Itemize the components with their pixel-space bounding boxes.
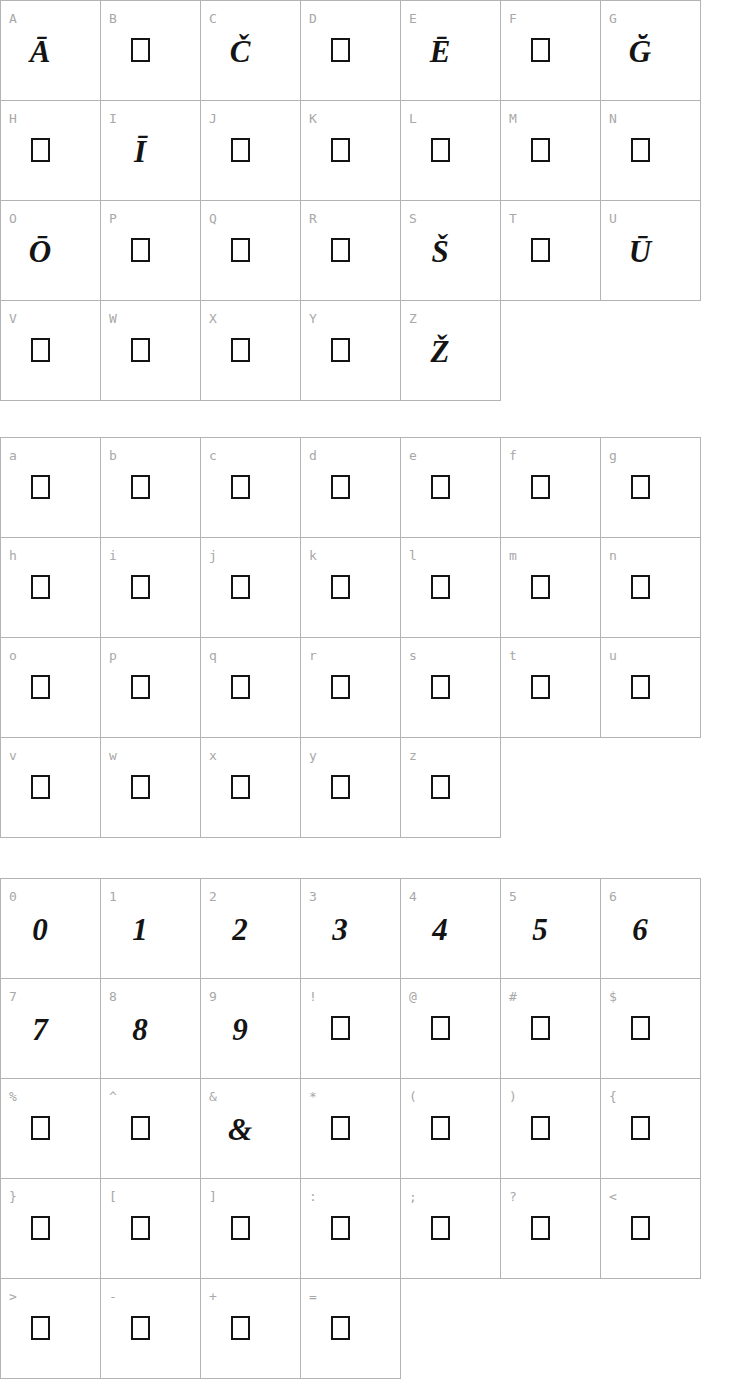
glyph-slot <box>1 638 79 704</box>
glyph-slot <box>401 738 479 804</box>
missing-glyph-box <box>231 475 250 499</box>
glyph-slot <box>101 301 179 367</box>
char-cell-G: GĞ <box>600 0 701 101</box>
char-cell-o: o <box>0 637 101 738</box>
char-row: 778899!@#$ <box>0 978 700 1079</box>
char-cell-U: UŪ <box>600 200 701 301</box>
character-map: AĀBCČDEĒFGĞHIĪJKLMNOŌPQRSŠTUŪVWXYZŽ abcd… <box>0 0 700 1379</box>
missing-glyph-box <box>331 1016 350 1040</box>
char-cell-P: P <box>100 200 201 301</box>
char-cell-v: v <box>0 737 101 838</box>
glyph-slot <box>201 1279 279 1345</box>
char-cell-g: g <box>600 437 701 538</box>
glyph-slot <box>601 538 679 604</box>
char-cell-c: c <box>200 437 301 538</box>
char-cell--: - <box>100 1278 201 1379</box>
char-cell-f: f <box>500 437 601 538</box>
glyph: 8 <box>101 979 179 1045</box>
missing-glyph-box <box>331 1216 350 1240</box>
missing-glyph-box <box>131 575 150 599</box>
char-cell-K: K <box>300 100 401 201</box>
char-cell-E: EĒ <box>400 0 501 101</box>
missing-glyph-box <box>131 1316 150 1340</box>
char-cell-T: T <box>500 200 601 301</box>
glyph: 2 <box>201 879 279 945</box>
char-cell-i: i <box>100 537 201 638</box>
glyph: 9 <box>201 979 279 1045</box>
char-cell-<: < <box>600 1178 701 1279</box>
missing-glyph-box <box>231 575 250 599</box>
glyph-slot <box>501 1179 579 1245</box>
glyph: Č <box>201 1 279 67</box>
char-cell-#: # <box>500 978 601 1079</box>
missing-glyph-box <box>631 138 650 162</box>
char-cell-B: B <box>100 0 201 101</box>
char-cell-+: + <box>200 1278 301 1379</box>
char-cell-m: m <box>500 537 601 638</box>
char-row: }[]:;?< <box>0 1178 700 1279</box>
glyph-slot <box>1 1179 79 1245</box>
glyph-slot <box>101 201 179 267</box>
glyph-slot <box>501 101 579 167</box>
glyph: Ž <box>401 301 479 367</box>
missing-glyph-box <box>531 575 550 599</box>
glyph: 3 <box>301 879 379 945</box>
glyph-slot <box>201 538 279 604</box>
glyph-slot <box>301 201 379 267</box>
glyph-slot <box>101 538 179 604</box>
missing-glyph-box <box>31 475 50 499</box>
missing-glyph-box <box>131 238 150 262</box>
char-cell-a: a <box>0 437 101 538</box>
missing-glyph-box <box>31 775 50 799</box>
missing-glyph-box <box>431 775 450 799</box>
glyph-slot <box>301 538 379 604</box>
glyph-slot <box>201 201 279 267</box>
symbols-character-grid: 00112233445566778899!@#$%^&&*(){}[]:;?<>… <box>0 878 700 1379</box>
glyph-slot <box>501 438 579 504</box>
char-cell-k: k <box>300 537 401 638</box>
char-cell-b: b <box>100 437 201 538</box>
char-cell-q: q <box>200 637 301 738</box>
glyph-slot <box>301 438 379 504</box>
missing-glyph-box <box>31 575 50 599</box>
char-cell-x: x <box>200 737 301 838</box>
glyph-slot <box>201 101 279 167</box>
missing-glyph-box <box>331 1316 350 1340</box>
char-cell-n: n <box>600 537 701 638</box>
glyph-slot <box>1 738 79 804</box>
glyph: 4 <box>401 879 479 945</box>
missing-glyph-box <box>131 38 150 62</box>
glyph: 1 <box>101 879 179 945</box>
glyph: 5 <box>501 879 579 945</box>
glyph-slot <box>1 438 79 504</box>
missing-glyph-box <box>331 575 350 599</box>
missing-glyph-box <box>531 1216 550 1240</box>
missing-glyph-box <box>431 1216 450 1240</box>
glyph-slot <box>301 1 379 67</box>
char-cell-2: 22 <box>200 878 301 979</box>
char-cell-r: r <box>300 637 401 738</box>
missing-glyph-box <box>331 775 350 799</box>
missing-glyph-box <box>231 338 250 362</box>
char-row: hijklmn <box>0 537 700 638</box>
char-cell-4: 44 <box>400 878 501 979</box>
missing-glyph-box <box>131 338 150 362</box>
char-cell-A: AĀ <box>0 0 101 101</box>
char-cell-%: % <box>0 1078 101 1179</box>
char-cell-:: : <box>300 1178 401 1279</box>
char-cell-X: X <box>200 300 301 401</box>
char-row: OŌPQRSŠTUŪ <box>0 200 700 301</box>
missing-glyph-box <box>431 575 450 599</box>
missing-glyph-box <box>431 1116 450 1140</box>
missing-glyph-box <box>631 675 650 699</box>
missing-glyph-box <box>31 1316 50 1340</box>
char-cell-I: IĪ <box>100 100 201 201</box>
glyph-slot <box>501 538 579 604</box>
glyph-slot <box>1 301 79 367</box>
missing-glyph-box <box>131 1116 150 1140</box>
char-cell-7: 77 <box>0 978 101 1079</box>
missing-glyph-box <box>31 1216 50 1240</box>
glyph-slot <box>501 638 579 704</box>
glyph-slot <box>601 1079 679 1145</box>
char-cell-): ) <box>500 1078 601 1179</box>
glyph: 0 <box>1 879 79 945</box>
missing-glyph-box <box>531 38 550 62</box>
glyph: 7 <box>1 979 79 1045</box>
missing-glyph-box <box>531 238 550 262</box>
glyph-slot <box>101 1179 179 1245</box>
char-cell-C: CČ <box>200 0 301 101</box>
char-cell-9: 99 <box>200 978 301 1079</box>
lowercase-character-grid: abcdefghijklmnopqrstuvwxyz <box>0 437 700 838</box>
char-cell-Z: ZŽ <box>400 300 501 401</box>
char-cell-8: 88 <box>100 978 201 1079</box>
char-cell-&: && <box>200 1078 301 1179</box>
char-row: 00112233445566 <box>0 878 700 979</box>
glyph-slot <box>1 1279 79 1345</box>
char-cell-H: H <box>0 100 101 201</box>
glyph-slot <box>201 301 279 367</box>
missing-glyph-box <box>631 475 650 499</box>
glyph: Ē <box>401 1 479 67</box>
glyph-slot <box>401 438 479 504</box>
glyph-slot <box>601 1179 679 1245</box>
char-cell-@: @ <box>400 978 501 1079</box>
missing-glyph-box <box>331 338 350 362</box>
char-cell-W: W <box>100 300 201 401</box>
char-cell-=: = <box>300 1278 401 1379</box>
glyph-slot <box>301 101 379 167</box>
char-cell-h: h <box>0 537 101 638</box>
char-cell-0: 00 <box>0 878 101 979</box>
missing-glyph-box <box>431 138 450 162</box>
missing-glyph-box <box>631 1116 650 1140</box>
missing-glyph-box <box>231 1316 250 1340</box>
char-cell-]: ] <box>200 1178 301 1279</box>
char-cell-z: z <box>400 737 501 838</box>
char-cell-D: D <box>300 0 401 101</box>
char-cell-s: s <box>400 637 501 738</box>
missing-glyph-box <box>31 338 50 362</box>
char-cell-l: l <box>400 537 501 638</box>
char-cell-?: ? <box>500 1178 601 1279</box>
glyph-slot <box>601 979 679 1045</box>
char-cell-$: $ <box>600 978 701 1079</box>
glyph-slot <box>601 101 679 167</box>
missing-glyph-box <box>331 475 350 499</box>
char-cell-t: t <box>500 637 601 738</box>
char-row: AĀBCČDEĒFGĞ <box>0 0 700 101</box>
glyph-slot <box>301 638 379 704</box>
missing-glyph-box <box>431 675 450 699</box>
missing-glyph-box <box>331 138 350 162</box>
glyph-slot <box>301 738 379 804</box>
missing-glyph-box <box>131 475 150 499</box>
glyph-slot <box>501 1 579 67</box>
char-cell-Q: Q <box>200 200 301 301</box>
glyph-slot <box>101 738 179 804</box>
missing-glyph-box <box>231 138 250 162</box>
glyph: Š <box>401 201 479 267</box>
glyph-slot <box>301 1279 379 1345</box>
glyph-slot <box>1 1079 79 1145</box>
uppercase-character-grid: AĀBCČDEĒFGĞHIĪJKLMNOŌPQRSŠTUŪVWXYZŽ <box>0 0 700 401</box>
missing-glyph-box <box>431 475 450 499</box>
glyph-slot <box>601 638 679 704</box>
char-cell-}: } <box>0 1178 101 1279</box>
missing-glyph-box <box>631 1216 650 1240</box>
char-cell-O: OŌ <box>0 200 101 301</box>
char-cell-d: d <box>300 437 401 538</box>
missing-glyph-box <box>231 1216 250 1240</box>
char-row: >-+= <box>0 1278 700 1379</box>
glyph: 6 <box>601 879 679 945</box>
char-cell-j: j <box>200 537 301 638</box>
missing-glyph-box <box>331 675 350 699</box>
glyph-slot <box>401 1179 479 1245</box>
char-cell-u: u <box>600 637 701 738</box>
char-cell-y: y <box>300 737 401 838</box>
char-cell-*: * <box>300 1078 401 1179</box>
missing-glyph-box <box>131 1216 150 1240</box>
char-cell-5: 55 <box>500 878 601 979</box>
missing-glyph-box <box>131 675 150 699</box>
glyph: Ō <box>1 201 79 267</box>
char-cell-e: e <box>400 437 501 538</box>
glyph-slot <box>301 1079 379 1145</box>
char-cell-S: SŠ <box>400 200 501 301</box>
missing-glyph-box <box>531 675 550 699</box>
missing-glyph-box <box>331 238 350 262</box>
char-cell-V: V <box>0 300 101 401</box>
missing-glyph-box <box>331 38 350 62</box>
char-cell-p: p <box>100 637 201 738</box>
char-cell-[: [ <box>100 1178 201 1279</box>
char-cell-{: { <box>600 1078 701 1179</box>
glyph-slot <box>601 438 679 504</box>
glyph-slot <box>301 979 379 1045</box>
char-row: %^&&*(){ <box>0 1078 700 1179</box>
char-row: abcdefg <box>0 437 700 538</box>
char-cell-R: R <box>300 200 401 301</box>
char-row: VWXYZŽ <box>0 300 700 401</box>
glyph-slot <box>201 1179 279 1245</box>
missing-glyph-box <box>231 675 250 699</box>
missing-glyph-box <box>31 1116 50 1140</box>
missing-glyph-box <box>531 138 550 162</box>
char-cell-L: L <box>400 100 501 201</box>
char-cell-F: F <box>500 0 601 101</box>
glyph-slot <box>101 1 179 67</box>
missing-glyph-box <box>531 1016 550 1040</box>
missing-glyph-box <box>631 575 650 599</box>
glyph-slot <box>501 979 579 1045</box>
char-cell-w: w <box>100 737 201 838</box>
char-cell-;: ; <box>400 1178 501 1279</box>
missing-glyph-box <box>231 775 250 799</box>
char-cell-N: N <box>600 100 701 201</box>
glyph-slot <box>401 538 479 604</box>
char-row: opqrstu <box>0 637 700 738</box>
char-cell-3: 33 <box>300 878 401 979</box>
missing-glyph-box <box>231 238 250 262</box>
char-cell-!: ! <box>300 978 401 1079</box>
glyph-slot <box>1 538 79 604</box>
char-cell-M: M <box>500 100 601 201</box>
missing-glyph-box <box>431 1016 450 1040</box>
glyph-slot <box>201 638 279 704</box>
glyph-slot <box>501 201 579 267</box>
glyph-slot <box>101 1279 179 1345</box>
missing-glyph-box <box>531 1116 550 1140</box>
glyph-slot <box>401 638 479 704</box>
char-cell-6: 66 <box>600 878 701 979</box>
char-cell-1: 11 <box>100 878 201 979</box>
glyph: Ī <box>101 101 179 167</box>
glyph-slot <box>401 1079 479 1145</box>
glyph-slot <box>101 638 179 704</box>
glyph-slot <box>301 301 379 367</box>
char-cell-J: J <box>200 100 301 201</box>
glyph-slot <box>301 1179 379 1245</box>
missing-glyph-box <box>531 475 550 499</box>
glyph-slot <box>201 438 279 504</box>
glyph-slot <box>101 438 179 504</box>
char-row: vwxyz <box>0 737 700 838</box>
missing-glyph-box <box>331 1116 350 1140</box>
missing-glyph-box <box>131 775 150 799</box>
char-cell-(: ( <box>400 1078 501 1179</box>
glyph-slot <box>401 979 479 1045</box>
glyph: Ū <box>601 201 679 267</box>
glyph: Ğ <box>601 1 679 67</box>
glyph: Ā <box>1 1 79 67</box>
glyph-slot <box>501 1079 579 1145</box>
missing-glyph-box <box>31 138 50 162</box>
glyph: & <box>201 1079 279 1145</box>
char-cell-Y: Y <box>300 300 401 401</box>
char-cell-^: ^ <box>100 1078 201 1179</box>
char-cell->: > <box>0 1278 101 1379</box>
glyph-slot <box>201 738 279 804</box>
glyph-slot <box>101 1079 179 1145</box>
glyph-slot <box>1 101 79 167</box>
glyph-slot <box>401 101 479 167</box>
missing-glyph-box <box>631 1016 650 1040</box>
char-row: HIĪJKLMN <box>0 100 700 201</box>
missing-glyph-box <box>31 675 50 699</box>
